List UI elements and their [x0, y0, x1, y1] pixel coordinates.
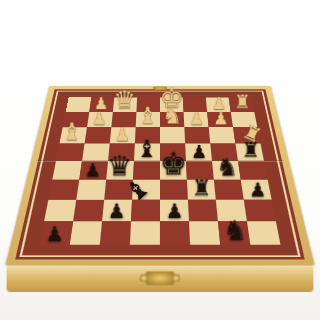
square-a3 — [48, 180, 79, 200]
square-a4 — [52, 161, 82, 180]
black-bishop-d5: ♝ — [136, 137, 158, 161]
white-pawn-g8: ♟ — [212, 96, 227, 112]
white-pawn-c6: ♟ — [114, 126, 130, 143]
square-g5 — [210, 144, 238, 161]
square-d3: ♝ — [132, 180, 160, 200]
square-e2: ♟ — [160, 200, 189, 222]
brass-hinge-icon — [153, 87, 167, 90]
black-pawn-c2: ♟ — [108, 201, 126, 221]
white-pawn-b8: ♟ — [94, 96, 109, 112]
square-c8: ♛ — [113, 97, 137, 111]
square-a7 — [63, 112, 90, 127]
square-b2 — [73, 200, 104, 222]
square-b6 — [85, 127, 112, 143]
square-c5 — [108, 144, 135, 161]
square-g8: ♟ — [206, 97, 231, 111]
square-h1 — [247, 221, 281, 244]
black-pawn-h3: ♟ — [249, 180, 266, 199]
square-e6 — [160, 127, 185, 143]
square-f4 — [186, 161, 214, 180]
square-d7: ♝ — [136, 112, 160, 127]
product-photo-scene: ♟♛♚♟♜♟♝♞♟♟♝♟♜♝♟♜♟♛♚♞♝♜♟♟♟♟♞ — [0, 0, 320, 320]
black-pawn-f5: ♟ — [191, 143, 207, 161]
box-front-side — [7, 266, 314, 292]
square-h4 — [238, 161, 268, 180]
square-e4: ♚ — [160, 161, 187, 180]
square-d2 — [131, 200, 160, 222]
square-g1: ♞ — [218, 221, 250, 244]
square-f3: ♜ — [187, 180, 216, 200]
square-g7: ♟ — [207, 112, 233, 127]
square-b3 — [76, 180, 106, 200]
square-c1 — [100, 221, 131, 244]
square-e1 — [160, 221, 190, 244]
folding-chess-set: ♟♛♚♟♜♟♝♞♟♟♝♟♜♝♟♜♟♛♚♞♝♜♟♟♟♟♞ — [5, 86, 314, 265]
board-frame: ♟♛♚♟♜♟♝♞♟♟♝♟♜♝♟♜♟♛♚♞♝♜♟♟♟♟♞ — [5, 86, 314, 265]
square-a1: ♟ — [40, 221, 74, 244]
square-f2 — [188, 200, 218, 222]
square-h5: ♜ — [235, 144, 264, 161]
square-a8 — [66, 97, 92, 111]
square-b1 — [70, 221, 102, 244]
square-d5: ♝ — [134, 144, 160, 161]
square-e3 — [160, 180, 188, 200]
square-h2 — [244, 200, 276, 222]
square-f1 — [189, 221, 220, 244]
square-d1 — [130, 221, 160, 244]
square-g2 — [216, 200, 247, 222]
square-d8 — [136, 97, 160, 111]
square-f5: ♟ — [185, 144, 212, 161]
square-c6: ♟ — [110, 127, 136, 143]
black-rook-f3: ♜ — [192, 177, 212, 200]
square-h3: ♟ — [241, 180, 272, 200]
square-e7: ♞ — [160, 112, 184, 127]
square-d4 — [133, 161, 160, 180]
square-f7: ♟ — [184, 112, 209, 127]
square-d6 — [135, 127, 160, 143]
square-e5 — [160, 144, 186, 161]
square-a6: ♝ — [59, 127, 87, 143]
black-pawn-a1: ♟ — [45, 224, 64, 245]
square-g4: ♞ — [212, 161, 241, 180]
black-knight-g1: ♞ — [223, 217, 248, 245]
square-c2: ♟ — [102, 200, 132, 222]
square-b5 — [82, 144, 110, 161]
square-f8 — [183, 97, 207, 111]
square-b7: ♟ — [87, 112, 113, 127]
square-b8: ♟ — [89, 97, 114, 111]
square-a2 — [44, 200, 76, 222]
square-g3 — [214, 180, 244, 200]
square-c7 — [111, 112, 136, 127]
chess-board: ♟♛♚♟♜♟♝♞♟♟♝♟♜♝♟♜♟♛♚♞♝♜♟♟♟♟♞ — [40, 97, 281, 244]
square-f6 — [184, 127, 210, 143]
square-h6: ♜ — [233, 127, 261, 143]
brass-clasp-icon — [146, 272, 175, 285]
square-c4: ♛ — [106, 161, 134, 180]
square-b4: ♟ — [79, 161, 108, 180]
square-g6 — [209, 127, 236, 143]
square-e8: ♚ — [160, 97, 184, 111]
black-pawn-e2: ♟ — [165, 201, 183, 221]
board-border-band: ♟♛♚♟♜♟♝♞♟♟♝♟♜♝♟♜♟♛♚♞♝♜♟♟♟♟♞ — [15, 89, 305, 259]
square-h8: ♜ — [229, 97, 255, 111]
square-a5 — [56, 144, 85, 161]
square-c3 — [104, 180, 133, 200]
black-pawn-b4: ♟ — [84, 161, 101, 180]
square-h7 — [231, 112, 258, 127]
